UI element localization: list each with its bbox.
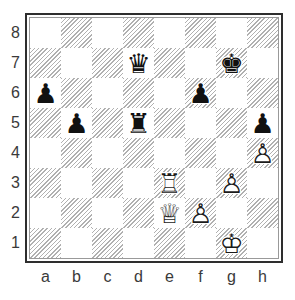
piece-white-pawn: ♟♙: [216, 168, 247, 198]
piece-glyph-outline: ♙: [216, 168, 247, 198]
chess-board: ♛♚♟♟♟♜♟♟♙♜♖♟♙♛♕♟♙♚♔: [25, 13, 283, 263]
square-d7[interactable]: ♛: [123, 48, 154, 78]
square-f2[interactable]: ♟♙: [185, 198, 216, 228]
piece-glyph-outline: ♔: [216, 228, 247, 258]
square-d6[interactable]: [123, 78, 154, 108]
square-g3[interactable]: ♟♙: [216, 168, 247, 198]
piece-black-pawn: ♟: [185, 78, 216, 108]
piece-glyph-outline: ♖: [154, 168, 185, 198]
square-g2[interactable]: [216, 198, 247, 228]
square-f4[interactable]: [185, 138, 216, 168]
rank-label-1: 1: [0, 228, 20, 258]
square-b8[interactable]: [61, 18, 92, 48]
file-label-e: e: [154, 268, 185, 286]
square-a5[interactable]: [30, 108, 61, 138]
square-f8[interactable]: [185, 18, 216, 48]
piece-glyph-fill: ♟: [185, 78, 216, 108]
square-h1[interactable]: [247, 228, 278, 258]
square-b7[interactable]: [61, 48, 92, 78]
square-f3[interactable]: [185, 168, 216, 198]
square-h2[interactable]: [247, 198, 278, 228]
file-label-c: c: [92, 268, 123, 286]
square-e2[interactable]: ♛♕: [154, 198, 185, 228]
file-label-g: g: [216, 268, 247, 286]
square-b6[interactable]: [61, 78, 92, 108]
square-h8[interactable]: [247, 18, 278, 48]
square-b1[interactable]: [61, 228, 92, 258]
square-h3[interactable]: [247, 168, 278, 198]
square-f6[interactable]: ♟: [185, 78, 216, 108]
square-a4[interactable]: [30, 138, 61, 168]
square-d2[interactable]: [123, 198, 154, 228]
square-d1[interactable]: [123, 228, 154, 258]
square-c6[interactable]: [92, 78, 123, 108]
rank-label-8: 8: [0, 18, 20, 48]
square-f7[interactable]: [185, 48, 216, 78]
square-h4[interactable]: ♟♙: [247, 138, 278, 168]
square-g1[interactable]: ♚♔: [216, 228, 247, 258]
piece-black-pawn: ♟: [247, 108, 278, 138]
square-h6[interactable]: [247, 78, 278, 108]
file-label-f: f: [185, 268, 216, 286]
square-d3[interactable]: [123, 168, 154, 198]
square-b4[interactable]: [61, 138, 92, 168]
piece-black-king: ♚: [216, 48, 247, 78]
square-a8[interactable]: [30, 18, 61, 48]
piece-glyph-outline: ♙: [185, 198, 216, 228]
piece-glyph-fill: ♟: [247, 108, 278, 138]
square-a6[interactable]: ♟: [30, 78, 61, 108]
file-label-b: b: [61, 268, 92, 286]
square-a3[interactable]: [30, 168, 61, 198]
square-g8[interactable]: [216, 18, 247, 48]
piece-glyph-fill: ♟: [30, 78, 61, 108]
square-a7[interactable]: [30, 48, 61, 78]
square-f1[interactable]: [185, 228, 216, 258]
square-e7[interactable]: [154, 48, 185, 78]
square-c7[interactable]: [92, 48, 123, 78]
square-e4[interactable]: [154, 138, 185, 168]
square-b2[interactable]: [61, 198, 92, 228]
square-g4[interactable]: [216, 138, 247, 168]
square-d4[interactable]: [123, 138, 154, 168]
square-a1[interactable]: [30, 228, 61, 258]
square-h5[interactable]: ♟: [247, 108, 278, 138]
square-b3[interactable]: [61, 168, 92, 198]
piece-glyph-fill: ♛: [123, 48, 154, 78]
rank-labels: 87654321: [0, 18, 20, 258]
board-grid: ♛♚♟♟♟♜♟♟♙♜♖♟♙♛♕♟♙♚♔: [29, 17, 279, 259]
square-e5[interactable]: [154, 108, 185, 138]
piece-white-queen: ♛♕: [154, 198, 185, 228]
piece-white-pawn: ♟♙: [185, 198, 216, 228]
square-c3[interactable]: [92, 168, 123, 198]
piece-glyph-fill: ♚: [216, 48, 247, 78]
square-b5[interactable]: ♟: [61, 108, 92, 138]
square-c5[interactable]: [92, 108, 123, 138]
square-d5[interactable]: ♜: [123, 108, 154, 138]
square-e8[interactable]: [154, 18, 185, 48]
piece-black-pawn: ♟: [30, 78, 61, 108]
square-a2[interactable]: [30, 198, 61, 228]
square-e1[interactable]: [154, 228, 185, 258]
square-f5[interactable]: [185, 108, 216, 138]
square-h7[interactable]: [247, 48, 278, 78]
square-c1[interactable]: [92, 228, 123, 258]
square-g7[interactable]: ♚: [216, 48, 247, 78]
file-labels: abcdefgh: [30, 268, 278, 286]
rank-label-6: 6: [0, 78, 20, 108]
piece-glyph-fill: ♟: [61, 108, 92, 138]
piece-black-queen: ♛: [123, 48, 154, 78]
square-g5[interactable]: [216, 108, 247, 138]
rank-label-7: 7: [0, 48, 20, 78]
piece-glyph-outline: ♙: [247, 138, 278, 168]
chess-diagram: 87654321 ♛♚♟♟♟♜♟♟♙♜♖♟♙♛♕♟♙♚♔ abcdefgh: [0, 0, 295, 300]
square-d8[interactable]: [123, 18, 154, 48]
square-e3[interactable]: ♜♖: [154, 168, 185, 198]
piece-glyph-fill: ♜: [123, 108, 154, 138]
file-label-h: h: [247, 268, 278, 286]
rank-label-4: 4: [0, 138, 20, 168]
piece-black-pawn: ♟: [61, 108, 92, 138]
piece-white-rook: ♜♖: [154, 168, 185, 198]
file-label-a: a: [30, 268, 61, 286]
file-label-d: d: [123, 268, 154, 286]
rank-label-5: 5: [0, 108, 20, 138]
square-c8[interactable]: [92, 18, 123, 48]
piece-glyph-outline: ♕: [154, 198, 185, 228]
rank-label-3: 3: [0, 168, 20, 198]
square-c2[interactable]: [92, 198, 123, 228]
square-e6[interactable]: [154, 78, 185, 108]
square-c4[interactable]: [92, 138, 123, 168]
piece-white-king: ♚♔: [216, 228, 247, 258]
square-g6[interactable]: [216, 78, 247, 108]
piece-black-rook: ♜: [123, 108, 154, 138]
rank-label-2: 2: [0, 198, 20, 228]
piece-white-pawn: ♟♙: [247, 138, 278, 168]
